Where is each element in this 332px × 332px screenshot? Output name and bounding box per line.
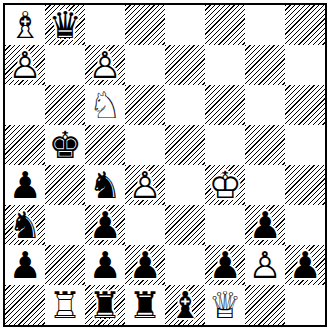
square-e8[interactable] [165,5,205,45]
square-c5[interactable] [85,125,125,165]
square-b1[interactable]: ♜♖ [45,285,85,325]
white-bishop-icon: ♗ [5,5,45,45]
square-a2[interactable]: ♟♟ [5,245,45,285]
black-rook[interactable]: ♜♜ [85,285,125,325]
square-e1[interactable]: ♝♝ [165,285,205,325]
black-rook-icon: ♜ [125,285,165,325]
white-pawn-icon: ♙ [85,45,125,85]
square-g1[interactable] [245,285,285,325]
square-a8[interactable]: ♝♗ [5,5,45,45]
square-d3[interactable] [125,205,165,245]
black-knight[interactable]: ♞♞ [85,165,125,205]
square-b2[interactable] [45,245,85,285]
square-h4[interactable] [285,165,325,205]
square-g2[interactable]: ♟♙ [245,245,285,285]
black-pawn[interactable]: ♟♟ [285,245,325,285]
square-c6[interactable]: ♞♘ [85,85,125,125]
white-rook-icon: ♖ [45,285,85,325]
black-pawn[interactable]: ♟♟ [125,245,165,285]
square-f2[interactable]: ♟♟ [205,245,245,285]
square-a4[interactable]: ♟♟ [5,165,45,205]
black-pawn-icon: ♟ [85,245,125,285]
square-d2[interactable]: ♟♟ [125,245,165,285]
black-knight[interactable]: ♞♞ [5,205,45,245]
square-d5[interactable] [125,125,165,165]
black-pawn-icon: ♟ [285,245,325,285]
black-pawn[interactable]: ♟♟ [205,245,245,285]
white-knight[interactable]: ♞♘ [85,85,125,125]
square-f1[interactable]: ♛♕ [205,285,245,325]
square-a3[interactable]: ♞♞ [5,205,45,245]
black-knight-icon: ♞ [85,165,125,205]
black-bishop[interactable]: ♝♝ [165,285,205,325]
square-h8[interactable] [285,5,325,45]
black-pawn-icon: ♟ [85,205,125,245]
square-b3[interactable] [45,205,85,245]
square-f7[interactable] [205,45,245,85]
black-pawn-icon: ♟ [5,165,45,205]
white-knight-icon: ♘ [85,85,125,125]
square-b4[interactable] [45,165,85,205]
square-b8[interactable]: ♛♛ [45,5,85,45]
square-f4[interactable]: ♚♔ [205,165,245,205]
square-e2[interactable] [165,245,205,285]
black-pawn-icon: ♟ [5,245,45,285]
square-h6[interactable] [285,85,325,125]
square-c7[interactable]: ♟♙ [85,45,125,85]
square-h3[interactable] [285,205,325,245]
square-d6[interactable] [125,85,165,125]
black-rook[interactable]: ♜♜ [125,285,165,325]
square-e3[interactable] [165,205,205,245]
chess-board: ♝♗♛♛♟♙♟♙♞♘♚♚♟♟♞♞♟♙♚♔♞♞♟♟♟♟♟♟♟♟♟♟♟♟♟♙♟♟♜♖… [5,5,325,325]
black-pawn[interactable]: ♟♟ [5,245,45,285]
square-d7[interactable] [125,45,165,85]
chess-diagram: ♝♗♛♛♟♙♟♙♞♘♚♚♟♟♞♞♟♙♚♔♞♞♟♟♟♟♟♟♟♟♟♟♟♟♟♙♟♟♜♖… [0,0,332,332]
square-e4[interactable] [165,165,205,205]
white-pawn[interactable]: ♟♙ [245,245,285,285]
white-pawn-icon: ♙ [125,165,165,205]
square-d8[interactable] [125,5,165,45]
square-c1[interactable]: ♜♜ [85,285,125,325]
square-f8[interactable] [205,5,245,45]
white-king-icon: ♔ [205,165,245,205]
square-c8[interactable] [85,5,125,45]
square-a7[interactable]: ♟♙ [5,45,45,85]
white-queen-icon: ♕ [205,285,245,325]
square-g4[interactable] [245,165,285,205]
square-g3[interactable]: ♟♟ [245,205,285,245]
square-g5[interactable] [245,125,285,165]
black-pawn[interactable]: ♟♟ [85,205,125,245]
black-pawn[interactable]: ♟♟ [245,205,285,245]
black-queen-icon: ♛ [45,5,85,45]
square-d1[interactable]: ♜♜ [125,285,165,325]
black-knight-icon: ♞ [5,205,45,245]
square-f5[interactable] [205,125,245,165]
square-a1[interactable] [5,285,45,325]
black-king-icon: ♚ [45,125,85,165]
white-pawn-icon: ♙ [5,45,45,85]
white-pawn[interactable]: ♟♙ [125,165,165,205]
square-g7[interactable] [245,45,285,85]
white-rook[interactable]: ♜♖ [45,285,85,325]
square-g8[interactable] [245,5,285,45]
square-h7[interactable] [285,45,325,85]
square-b5[interactable]: ♚♚ [45,125,85,165]
square-e6[interactable] [165,85,205,125]
square-h2[interactable]: ♟♟ [285,245,325,285]
square-f6[interactable] [205,85,245,125]
square-f3[interactable] [205,205,245,245]
square-h5[interactable] [285,125,325,165]
square-e5[interactable] [165,125,205,165]
black-pawn-icon: ♟ [205,245,245,285]
square-a5[interactable] [5,125,45,165]
board-frame: ♝♗♛♛♟♙♟♙♞♘♚♚♟♟♞♞♟♙♚♔♞♞♟♟♟♟♟♟♟♟♟♟♟♟♟♙♟♟♜♖… [3,3,327,327]
white-pawn[interactable]: ♟♙ [85,45,125,85]
black-queen[interactable]: ♛♛ [45,5,85,45]
black-pawn[interactable]: ♟♟ [85,245,125,285]
black-pawn-icon: ♟ [245,205,285,245]
black-pawn[interactable]: ♟♟ [5,165,45,205]
black-pawn-icon: ♟ [125,245,165,285]
square-c3[interactable]: ♟♟ [85,205,125,245]
square-c4[interactable]: ♞♞ [85,165,125,205]
square-h1[interactable] [285,285,325,325]
white-bishop[interactable]: ♝♗ [5,5,45,45]
square-d4[interactable]: ♟♙ [125,165,165,205]
square-c2[interactable]: ♟♟ [85,245,125,285]
black-rook-icon: ♜ [85,285,125,325]
white-pawn-icon: ♙ [245,245,285,285]
white-king[interactable]: ♚♔ [205,165,245,205]
black-king[interactable]: ♚♚ [45,125,85,165]
square-b6[interactable] [45,85,85,125]
square-e7[interactable] [165,45,205,85]
white-queen[interactable]: ♛♕ [205,285,245,325]
square-b7[interactable] [45,45,85,85]
white-pawn[interactable]: ♟♙ [5,45,45,85]
square-a6[interactable] [5,85,45,125]
square-g6[interactable] [245,85,285,125]
black-bishop-icon: ♝ [165,285,205,325]
